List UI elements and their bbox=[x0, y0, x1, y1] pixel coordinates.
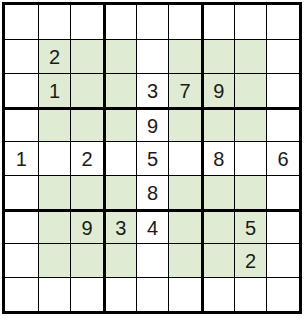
cell-r3c8-empty[interactable] bbox=[234, 73, 267, 107]
cell-r4c5-given-9[interactable]: 9 bbox=[136, 107, 169, 141]
cell-r9c3-empty[interactable] bbox=[70, 277, 103, 311]
cell-r8c9-empty[interactable] bbox=[266, 243, 299, 277]
cell-r4c8-empty[interactable] bbox=[234, 107, 267, 141]
cell-r9c6-empty[interactable] bbox=[168, 277, 201, 311]
cell-r8c8-given-2[interactable]: 2 bbox=[234, 243, 267, 277]
cell-r4c6-empty[interactable] bbox=[168, 107, 201, 141]
cell-r8c5-empty[interactable] bbox=[136, 243, 169, 277]
cell-r3c1-empty[interactable] bbox=[5, 73, 38, 107]
cell-r6c7-empty[interactable] bbox=[201, 175, 234, 209]
cell-r6c1-empty[interactable] bbox=[5, 175, 38, 209]
sudoku-board: 21379912586893452 bbox=[2, 2, 302, 314]
cell-r2c5-empty[interactable] bbox=[136, 39, 169, 73]
cell-r2c1-empty[interactable] bbox=[5, 39, 38, 73]
cell-r1c5-empty[interactable] bbox=[136, 5, 169, 39]
cell-r9c1-empty[interactable] bbox=[5, 277, 38, 311]
cell-r4c2-empty[interactable] bbox=[38, 107, 71, 141]
cell-r2c3-empty[interactable] bbox=[70, 39, 103, 73]
cell-r3c7-given-9[interactable]: 9 bbox=[201, 73, 234, 107]
cell-r3c3-empty[interactable] bbox=[70, 73, 103, 107]
cell-r7c3-given-9[interactable]: 9 bbox=[70, 209, 103, 243]
cell-r6c8-empty[interactable] bbox=[234, 175, 267, 209]
cell-r2c7-empty[interactable] bbox=[201, 39, 234, 73]
cell-r1c9-empty[interactable] bbox=[266, 5, 299, 39]
cell-r3c2-given-1[interactable]: 1 bbox=[38, 73, 71, 107]
cell-r5c9-given-6[interactable]: 6 bbox=[266, 141, 299, 175]
cell-r2c8-empty[interactable] bbox=[234, 39, 267, 73]
cell-r5c4-empty[interactable] bbox=[103, 141, 136, 175]
cell-r5c7-given-8[interactable]: 8 bbox=[201, 141, 234, 175]
cell-r1c8-empty[interactable] bbox=[234, 5, 267, 39]
cell-r6c9-empty[interactable] bbox=[266, 175, 299, 209]
screenshot-frame: 21379912586893452 bbox=[0, 0, 304, 320]
cell-r4c9-empty[interactable] bbox=[266, 107, 299, 141]
cell-r7c6-empty[interactable] bbox=[168, 209, 201, 243]
cell-r5c1-given-1[interactable]: 1 bbox=[5, 141, 38, 175]
cell-r9c7-empty[interactable] bbox=[201, 277, 234, 311]
cell-r3c5-given-3[interactable]: 3 bbox=[136, 73, 169, 107]
cell-r7c1-empty[interactable] bbox=[5, 209, 38, 243]
cell-r5c6-empty[interactable] bbox=[168, 141, 201, 175]
cell-r6c6-empty[interactable] bbox=[168, 175, 201, 209]
cell-r1c1-empty[interactable] bbox=[5, 5, 38, 39]
cell-r2c6-empty[interactable] bbox=[168, 39, 201, 73]
cell-r9c5-empty[interactable] bbox=[136, 277, 169, 311]
cell-r9c2-empty[interactable] bbox=[38, 277, 71, 311]
cell-r7c4-given-3[interactable]: 3 bbox=[103, 209, 136, 243]
cell-r8c1-empty[interactable] bbox=[5, 243, 38, 277]
cell-r8c6-empty[interactable] bbox=[168, 243, 201, 277]
cell-r5c2-empty[interactable] bbox=[38, 141, 71, 175]
cell-r8c7-empty[interactable] bbox=[201, 243, 234, 277]
cell-r1c4-empty[interactable] bbox=[103, 5, 136, 39]
cell-r7c7-empty[interactable] bbox=[201, 209, 234, 243]
cell-r1c3-empty[interactable] bbox=[70, 5, 103, 39]
cell-r6c4-empty[interactable] bbox=[103, 175, 136, 209]
cell-r1c7-empty[interactable] bbox=[201, 5, 234, 39]
cell-r9c9-empty[interactable] bbox=[266, 277, 299, 311]
cell-r2c9-empty[interactable] bbox=[266, 39, 299, 73]
cell-r7c9-empty[interactable] bbox=[266, 209, 299, 243]
cell-r6c2-empty[interactable] bbox=[38, 175, 71, 209]
cell-r1c2-empty[interactable] bbox=[38, 5, 71, 39]
cell-r7c5-given-4[interactable]: 4 bbox=[136, 209, 169, 243]
cell-r9c4-empty[interactable] bbox=[103, 277, 136, 311]
cell-r3c9-empty[interactable] bbox=[266, 73, 299, 107]
cell-r5c5-given-5[interactable]: 5 bbox=[136, 141, 169, 175]
cell-r8c4-empty[interactable] bbox=[103, 243, 136, 277]
cell-r7c8-given-5[interactable]: 5 bbox=[234, 209, 267, 243]
cell-r5c3-given-2[interactable]: 2 bbox=[70, 141, 103, 175]
cell-r1c6-empty[interactable] bbox=[168, 5, 201, 39]
cell-r3c4-empty[interactable] bbox=[103, 73, 136, 107]
cell-r4c7-empty[interactable] bbox=[201, 107, 234, 141]
cell-r4c1-empty[interactable] bbox=[5, 107, 38, 141]
cell-r2c2-given-2[interactable]: 2 bbox=[38, 39, 71, 73]
cell-r5c8-empty[interactable] bbox=[234, 141, 267, 175]
cell-r2c4-empty[interactable] bbox=[103, 39, 136, 73]
cell-r9c8-empty[interactable] bbox=[234, 277, 267, 311]
cell-r8c3-empty[interactable] bbox=[70, 243, 103, 277]
cell-r3c6-given-7[interactable]: 7 bbox=[168, 73, 201, 107]
cell-r4c4-empty[interactable] bbox=[103, 107, 136, 141]
cell-r6c3-empty[interactable] bbox=[70, 175, 103, 209]
cell-r7c2-empty[interactable] bbox=[38, 209, 71, 243]
cell-r4c3-empty[interactable] bbox=[70, 107, 103, 141]
cell-r6c5-given-8[interactable]: 8 bbox=[136, 175, 169, 209]
cell-r8c2-empty[interactable] bbox=[38, 243, 71, 277]
